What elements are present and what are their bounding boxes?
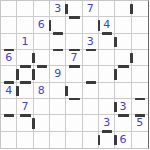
consecutive-bar-vertical-r5c0 (16, 86, 18, 97)
cell-r3c2[interactable] (34, 50, 50, 66)
consecutive-bar-horizontal-r7c6 (102, 130, 113, 132)
cell-r0c0[interactable] (1, 1, 17, 17)
cell-r4c5[interactable] (83, 66, 99, 82)
cell-r1c0[interactable] (1, 17, 17, 33)
consecutive-bar-horizontal-r4c0 (4, 81, 15, 83)
cell-r2c5[interactable]: 3 (83, 34, 99, 50)
consecutive-bar-horizontal-r4c5 (86, 81, 97, 83)
cell-r6c6[interactable] (99, 99, 115, 115)
cell-r0c7[interactable] (115, 1, 131, 17)
cell-r3c8[interactable] (132, 50, 148, 66)
consecutive-bar-horizontal-r5c8 (135, 98, 146, 100)
consecutive-bar-vertical-r0c7 (130, 4, 132, 15)
cell-r4c7[interactable] (115, 66, 131, 82)
puzzle-board: 3764136794873356 (0, 0, 149, 149)
cell-r0c4[interactable] (66, 1, 82, 17)
cell-r4c3[interactable]: 9 (50, 66, 66, 82)
cell-r5c2[interactable]: 8 (34, 83, 50, 99)
cell-r7c4[interactable] (66, 115, 82, 131)
consecutive-bar-horizontal-r1c6 (102, 32, 113, 34)
cell-r5c0[interactable]: 4 (1, 83, 17, 99)
cell-r7c8[interactable]: 5 (132, 115, 148, 131)
consecutive-bar-vertical-r6c6 (114, 102, 116, 113)
cell-r1c3[interactable] (50, 17, 66, 33)
consecutive-bar-horizontal-r6c7 (118, 114, 129, 116)
consecutive-bar-horizontal-r6c0 (4, 114, 15, 116)
cell-r1c6[interactable]: 4 (99, 17, 115, 33)
cell-r6c7[interactable]: 3 (115, 99, 131, 115)
consecutive-bar-vertical-r1c5 (98, 20, 100, 31)
consecutive-bar-horizontal-r2c5 (86, 49, 97, 51)
cell-r7c0[interactable] (1, 115, 17, 131)
cell-r8c7[interactable]: 6 (115, 132, 131, 148)
cell-r2c4[interactable] (66, 34, 82, 50)
consecutive-bar-vertical-r3c1 (32, 53, 34, 64)
cell-r5c5[interactable] (83, 83, 99, 99)
cell-r4c4[interactable] (66, 66, 82, 82)
cell-r2c2[interactable] (34, 34, 50, 50)
cell-r1c4[interactable] (66, 17, 82, 33)
cell-r1c7[interactable] (115, 17, 131, 33)
cell-r8c5[interactable] (83, 132, 99, 148)
cell-r1c8[interactable] (132, 17, 148, 33)
cell-r2c0[interactable] (1, 34, 17, 50)
cell-r4c0[interactable] (1, 66, 17, 82)
cell-r1c5[interactable] (83, 17, 99, 33)
consecutive-bar-horizontal-r4c1 (20, 81, 31, 83)
cell-r8c6[interactable] (99, 132, 115, 148)
cell-r4c1[interactable] (17, 66, 33, 82)
consecutive-bar-vertical-r5c3 (65, 86, 67, 97)
cell-r6c2[interactable] (34, 99, 50, 115)
consecutive-bar-vertical-r3c7 (130, 53, 132, 64)
cell-r7c6[interactable]: 3 (99, 115, 115, 131)
cell-r8c0[interactable] (1, 132, 17, 148)
cell-r4c6[interactable] (99, 66, 115, 82)
cell-r3c5[interactable] (83, 50, 99, 66)
cell-r5c8[interactable] (132, 83, 148, 99)
cell-r0c1[interactable] (17, 1, 33, 17)
puzzle-screenshot: 3764136794873356 (0, 0, 150, 150)
cell-r3c0[interactable]: 6 (1, 50, 17, 66)
cell-r6c3[interactable] (50, 99, 66, 115)
cell-r5c3[interactable] (50, 83, 66, 99)
cell-r3c7[interactable] (115, 50, 131, 66)
consecutive-bar-horizontal-r2c4 (69, 49, 80, 51)
cell-r7c3[interactable] (50, 115, 66, 131)
cell-r8c3[interactable] (50, 132, 66, 148)
cell-r6c8[interactable] (132, 99, 148, 115)
cell-r0c8[interactable] (132, 1, 148, 17)
cell-r7c7[interactable] (115, 115, 131, 131)
consecutive-bar-vertical-r4c1 (32, 69, 34, 80)
cell-r2c6[interactable] (99, 34, 115, 50)
cell-r3c3[interactable] (50, 50, 66, 66)
cell-r3c1[interactable] (17, 50, 33, 66)
cell-r7c5[interactable] (83, 115, 99, 131)
consecutive-bar-vertical-r4c6 (114, 69, 116, 80)
cell-r4c8[interactable] (132, 66, 148, 82)
consecutive-bar-horizontal-r3c4 (69, 65, 80, 67)
cell-r1c1[interactable] (17, 17, 33, 33)
consecutive-bar-horizontal-r3c1 (20, 65, 31, 67)
consecutive-bar-horizontal-r6c1 (20, 114, 31, 116)
consecutive-bar-horizontal-r6c8 (135, 114, 146, 116)
cell-r7c2[interactable] (34, 115, 50, 131)
cell-r8c8[interactable] (132, 132, 148, 148)
consecutive-bar-horizontal-r3c7 (118, 65, 129, 67)
cell-r6c1[interactable]: 7 (17, 99, 33, 115)
cell-r6c5[interactable] (83, 99, 99, 115)
cell-r5c7[interactable] (115, 83, 131, 99)
cell-r5c1[interactable] (17, 83, 33, 99)
cell-r0c3[interactable]: 3 (50, 1, 66, 17)
cell-r7c1[interactable] (17, 115, 33, 131)
cell-r0c6[interactable] (99, 1, 115, 17)
consecutive-bar-vertical-r0c3 (65, 4, 67, 15)
cell-r0c2[interactable] (34, 1, 50, 17)
consecutive-bar-horizontal-r0c4 (69, 16, 80, 18)
cell-r3c4[interactable]: 7 (66, 50, 82, 66)
cell-r8c2[interactable] (34, 132, 50, 148)
consecutive-bar-vertical-r8c5 (98, 135, 100, 146)
consecutive-bar-horizontal-r1c3 (53, 32, 64, 34)
cell-r3c6[interactable] (99, 50, 115, 66)
consecutive-bar-vertical-r8c6 (114, 135, 116, 146)
cell-r6c0[interactable] (1, 99, 17, 115)
consecutive-bar-vertical-r1c2 (49, 20, 51, 31)
cell-r4c2[interactable] (34, 66, 50, 82)
cell-r1c2[interactable]: 6 (34, 17, 50, 33)
cell-r2c7[interactable] (115, 34, 131, 50)
consecutive-bar-vertical-r4c0 (16, 69, 18, 80)
cell-r2c3[interactable] (50, 34, 66, 50)
consecutive-bar-horizontal-r2c3 (53, 49, 64, 51)
cell-r8c1[interactable] (17, 132, 33, 148)
cell-r2c1[interactable]: 1 (17, 34, 33, 50)
cell-r5c6[interactable] (99, 83, 115, 99)
cell-r2c8[interactable] (132, 34, 148, 50)
consecutive-bar-horizontal-r3c2 (37, 65, 48, 67)
consecutive-bar-vertical-r7c1 (32, 118, 34, 129)
cell-r0c5[interactable]: 7 (83, 1, 99, 17)
consecutive-bar-horizontal-r2c0 (4, 49, 15, 51)
consecutive-bar-horizontal-r5c4 (69, 98, 80, 100)
cell-r8c4[interactable] (66, 132, 82, 148)
cell-r5c4[interactable] (66, 83, 82, 99)
cell-r6c4[interactable] (66, 99, 82, 115)
consecutive-bar-vertical-r2c6 (114, 37, 116, 48)
